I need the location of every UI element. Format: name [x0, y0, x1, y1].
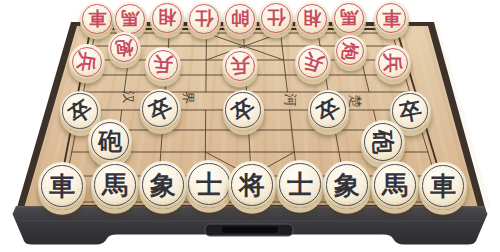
- piece-red-cannon[interactable]: 炮: [108, 32, 141, 65]
- piece-glyph: 兵: [375, 45, 411, 81]
- piece-glyph: 将: [228, 161, 276, 209]
- river-char: 楚: [348, 95, 363, 108]
- piece-black-cannon[interactable]: 砲: [88, 119, 132, 163]
- piece-black-soldier[interactable]: 卒: [140, 89, 181, 130]
- piece-glyph: 兵: [66, 41, 108, 83]
- river-char: 河: [283, 94, 298, 107]
- piece-glyph: 士: [185, 160, 233, 208]
- piece-red-chariot[interactable]: 車: [374, 1, 409, 36]
- piece-glyph: 砲: [88, 119, 132, 163]
- xiangqi-set-photo: 汉界河楚 相仕馬車車馬仕帥相炮炮兵兵兵兵兵卒卒卒卒卒砲砲士士馬象将象馬車車: [0, 0, 500, 252]
- piece-red-soldier[interactable]: 兵: [69, 44, 105, 80]
- piece-glyph: 炮: [332, 33, 368, 69]
- piece-black-soldier[interactable]: 卒: [223, 90, 264, 131]
- piece-red-elephant[interactable]: 相: [150, 1, 184, 35]
- piece-glyph: 仕: [187, 2, 221, 36]
- piece-red-advisor[interactable]: 仕: [259, 1, 293, 35]
- piece-glyph: 馬: [91, 161, 139, 209]
- piece-red-chariot[interactable]: 車: [80, 2, 114, 36]
- river-char: 界: [181, 92, 196, 105]
- piece-glyph: 車: [38, 162, 86, 210]
- piece-red-cannon[interactable]: 炮: [334, 35, 367, 68]
- piece-black-soldier[interactable]: 卒: [308, 90, 349, 131]
- piece-glyph: 車: [419, 162, 467, 210]
- piece-glyph: 砲: [360, 119, 406, 165]
- piece-glyph: 相: [150, 1, 184, 35]
- piece-black-horse[interactable]: 馬: [371, 161, 419, 209]
- piece-glyph: 象: [323, 161, 371, 209]
- piece-glyph: 相: [295, 2, 329, 36]
- piece-black-advisor[interactable]: 士: [185, 160, 233, 208]
- piece-red-soldier[interactable]: 兵: [222, 48, 258, 84]
- piece-black-advisor[interactable]: 士: [276, 160, 324, 208]
- piece-black-horse[interactable]: 馬: [91, 161, 139, 209]
- piece-red-general[interactable]: 帥: [223, 2, 257, 36]
- piece-black-chariot[interactable]: 車: [38, 162, 86, 210]
- base-handle[interactable]: [205, 224, 293, 236]
- piece-red-horse[interactable]: 馬: [332, 1, 366, 35]
- piece-black-cannon[interactable]: 砲: [361, 120, 405, 164]
- piece-red-advisor[interactable]: 仕: [187, 2, 221, 36]
- piece-black-elephant[interactable]: 象: [323, 161, 371, 209]
- piece-glyph: 馬: [371, 161, 419, 209]
- piece-glyph: 帥: [223, 2, 257, 36]
- piece-glyph: 車: [80, 2, 114, 36]
- piece-red-soldier[interactable]: 兵: [295, 45, 331, 81]
- piece-glyph: 士: [276, 160, 324, 208]
- piece-black-elephant[interactable]: 象: [139, 161, 187, 209]
- piece-red-elephant[interactable]: 相: [295, 2, 329, 36]
- piece-glyph: 仕: [259, 1, 293, 35]
- piece-glyph: 馬: [332, 1, 366, 35]
- piece-glyph: 炮: [106, 30, 142, 66]
- piece-red-soldier[interactable]: 兵: [375, 45, 411, 81]
- piece-red-soldier[interactable]: 兵: [145, 47, 181, 83]
- board-base: [13, 206, 488, 245]
- piece-glyph: 兵: [222, 48, 258, 84]
- piece-black-general[interactable]: 将: [228, 161, 276, 209]
- piece-black-chariot[interactable]: 車: [419, 162, 467, 210]
- piece-glyph: 車: [374, 1, 409, 36]
- piece-glyph: 象: [139, 161, 187, 209]
- piece-glyph: 兵: [143, 45, 182, 84]
